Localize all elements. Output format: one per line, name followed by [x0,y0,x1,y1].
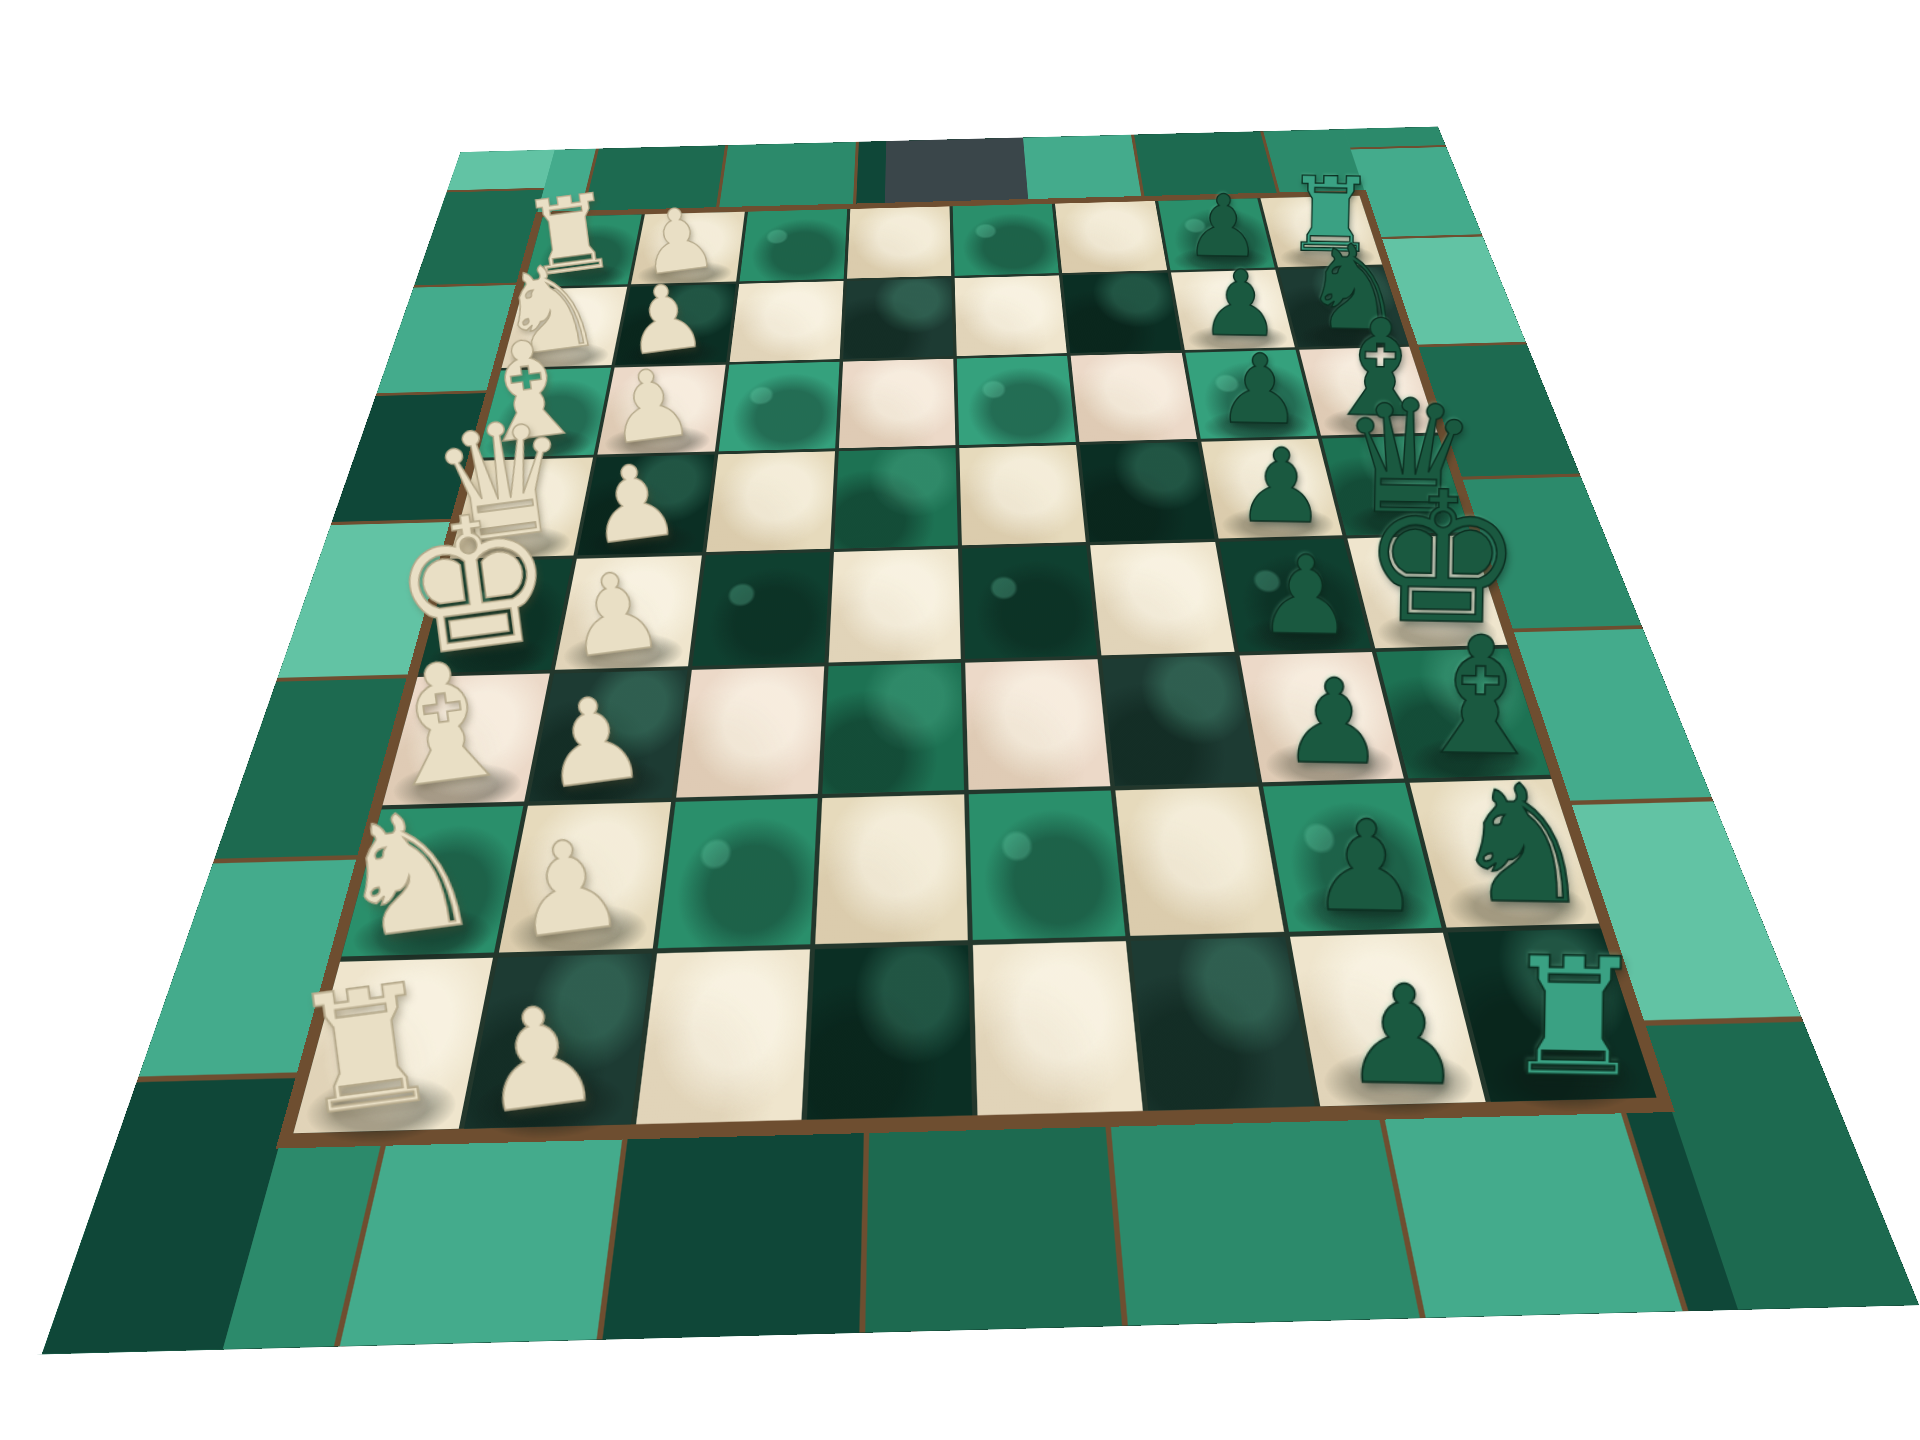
square-g6 [1116,786,1284,935]
square-f7: ♟ [1239,652,1403,781]
square-b4 [843,278,953,358]
square-h3 [635,949,809,1124]
square-d5 [959,445,1086,546]
board-frame: ♜♟♟♜♞♟♟♞♝♟♟♝♛♟♟♛♚♟♟♚♝♟♟♝♞♟♟♞♜♟♟♜ [42,127,1919,1355]
square-c4 [839,358,956,448]
square-d3 [706,451,835,552]
square-g8: ♞ [1409,778,1599,927]
square-a4 [847,206,951,278]
square-e7: ♟ [1219,539,1371,652]
square-f4 [822,663,964,793]
green-pawn: ♟ [1280,666,1386,778]
photo-scene: ♜♟♟♜♞♟♟♞♝♟♟♝♛♟♟♛♚♟♟♚♝♟♟♝♞♟♟♞♜♟♟♜ [0,0,1920,1440]
square-a5 [953,204,1059,276]
square-h4 [806,945,972,1120]
square-d2: ♟ [578,454,714,555]
green-pawn: ♟ [1308,807,1422,928]
square-g5 [969,790,1126,940]
square-h2: ♟ [464,953,651,1129]
green-pawn: ♟ [1341,971,1465,1102]
white-rook: ♜ [285,965,450,1137]
square-d4 [834,448,958,549]
white-knight: ♞ [326,789,490,961]
white-pawn: ♟ [505,822,632,955]
white-pawn: ♟ [470,988,608,1132]
square-h5 [973,941,1143,1116]
square-a3 [739,209,847,282]
square-f6 [1102,656,1257,786]
square-g4 [815,794,968,944]
chessboard: ♜♟♟♜♞♟♟♞♝♟♟♝♛♟♟♛♚♟♟♚♝♟♟♝♞♟♟♞♜♟♟♜ [42,127,1919,1355]
square-d7: ♟ [1201,438,1342,538]
square-e6 [1090,542,1234,656]
square-d6 [1080,442,1214,542]
square-b6 [1063,273,1181,353]
green-pawn: ♟ [1234,438,1327,536]
green-knight: ♞ [1449,767,1597,924]
square-c6 [1071,352,1197,441]
square-g1: ♞ [341,805,523,956]
green-pawn: ♟ [1215,344,1302,436]
green-pawn: ♟ [1256,544,1355,649]
square-e2: ♟ [555,555,701,669]
square-b3 [729,281,843,361]
square-c5 [957,355,1076,444]
white-pawn: ♟ [534,680,652,803]
square-f5 [965,659,1110,789]
green-rook: ♜ [1500,941,1648,1098]
square-g3 [657,798,817,948]
square-g7: ♟ [1262,782,1441,931]
square-f2: ♟ [529,670,687,801]
white-pawn: ♟ [560,558,670,673]
square-g2: ♟ [499,802,670,953]
white-pawn: ♟ [582,450,685,558]
square-h1: ♜ [293,957,493,1133]
square-h6 [1131,937,1314,1111]
square-b5 [955,276,1067,356]
square-f3 [676,667,824,797]
square-a6 [1055,201,1167,273]
square-e3 [692,552,830,666]
square-h7: ♟ [1289,932,1485,1106]
square-e4 [828,549,960,663]
square-e5 [962,545,1097,659]
square-c3 [718,361,839,451]
